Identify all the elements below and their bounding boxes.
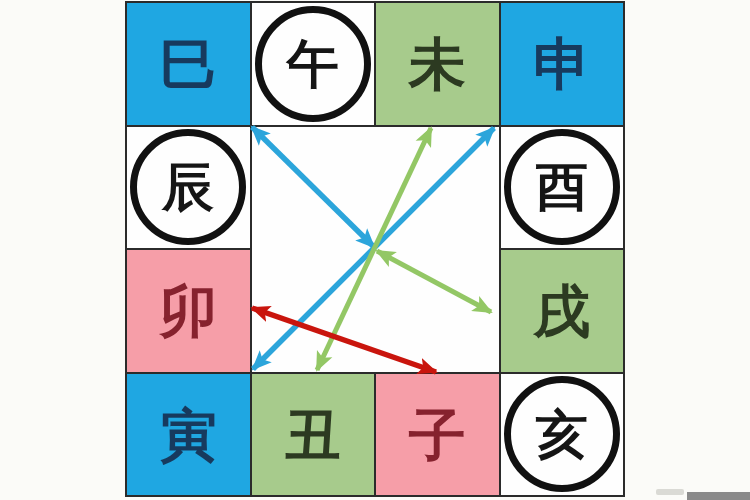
cell-wei: 未	[376, 3, 499, 125]
branch-xu-label: 戌	[533, 282, 590, 339]
branch-chen-label: 辰	[162, 161, 214, 213]
branch-si-label: 巳	[160, 35, 217, 92]
branch-wei-label: 未	[409, 35, 466, 92]
watermark-smudge	[656, 489, 684, 495]
self-punishment-circle-icon: 辰	[130, 129, 246, 245]
branch-shen-label: 申	[533, 35, 590, 92]
cell-xu: 戌	[501, 250, 624, 372]
watermark-bar	[687, 492, 750, 500]
cell-si: 巳	[127, 3, 250, 125]
branch-mao-label: 卯	[160, 282, 217, 339]
cell-chou: 丑	[252, 374, 375, 496]
cell-zi: 子	[376, 374, 499, 496]
earthly-branches-board: 巳 午 未 申 辰 酉 卯 戌	[125, 1, 625, 497]
self-punishment-circle-icon: 午	[255, 6, 371, 122]
self-punishment-circle-icon: 酉	[504, 129, 620, 245]
branch-you-label: 酉	[536, 161, 588, 213]
cell-mao: 卯	[127, 250, 250, 372]
branch-wu-label: 午	[287, 38, 339, 90]
branch-chou-label: 丑	[284, 406, 341, 463]
cell-you: 酉	[501, 127, 624, 249]
cell-yin: 寅	[127, 374, 250, 496]
cell-chen: 辰	[127, 127, 250, 249]
self-punishment-circle-icon: 亥	[504, 376, 620, 492]
cell-hai: 亥	[501, 374, 624, 496]
branch-hai-label: 亥	[536, 408, 588, 460]
cell-shen: 申	[501, 3, 624, 125]
diagram-canvas: 巳 午 未 申 辰 酉 卯 戌	[0, 0, 750, 500]
cell-wu: 午	[252, 3, 375, 125]
arrows-center-area	[252, 127, 499, 372]
branch-yin-label: 寅	[160, 406, 217, 463]
branch-zi-label: 子	[409, 406, 466, 463]
